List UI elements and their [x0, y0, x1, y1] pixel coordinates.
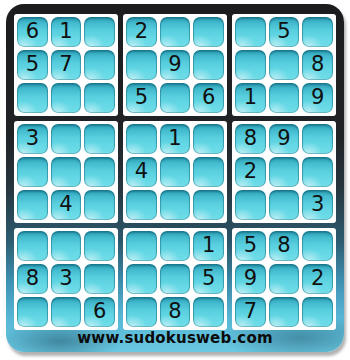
- given-digit: 8: [244, 128, 257, 149]
- cell-r4c2[interactable]: [51, 124, 82, 154]
- cell-r3c4[interactable]: 5: [126, 83, 157, 113]
- cell-r2c5[interactable]: 9: [160, 50, 191, 80]
- given-digit: 7: [244, 301, 257, 322]
- cell-r9c7[interactable]: 7: [235, 297, 266, 327]
- cell-r6c7[interactable]: [235, 190, 266, 220]
- block-1-1: 6157: [14, 14, 118, 116]
- given-digit: 7: [59, 54, 72, 75]
- cell-r6c6[interactable]: [193, 190, 224, 220]
- cell-r8c8[interactable]: [269, 264, 300, 294]
- cell-r2c3[interactable]: [84, 50, 115, 80]
- cell-r3c7[interactable]: 1: [235, 83, 266, 113]
- cell-r3c8[interactable]: [269, 83, 300, 113]
- given-digit: 1: [202, 235, 215, 256]
- cell-r5c3[interactable]: [84, 157, 115, 187]
- given-digit: 2: [311, 268, 324, 289]
- cell-r6c2[interactable]: 4: [51, 190, 82, 220]
- given-digit: 5: [202, 268, 215, 289]
- cell-r8c2[interactable]: 3: [51, 264, 82, 294]
- given-digit: 1: [59, 21, 72, 42]
- cell-r9c4[interactable]: [126, 297, 157, 327]
- cell-r4c8[interactable]: 9: [269, 124, 300, 154]
- given-digit: 6: [93, 301, 106, 322]
- given-digit: 9: [168, 54, 181, 75]
- cell-r9c2[interactable]: [51, 297, 82, 327]
- cell-r1c9[interactable]: [302, 17, 333, 47]
- cell-r6c9[interactable]: 3: [302, 190, 333, 220]
- cell-r5c4[interactable]: 4: [126, 157, 157, 187]
- given-digit: 8: [168, 301, 181, 322]
- cell-r7c2[interactable]: [51, 231, 82, 261]
- given-digit: 9: [277, 128, 290, 149]
- cell-r8c3[interactable]: [84, 264, 115, 294]
- given-digit: 3: [59, 268, 72, 289]
- block-2-2: 14: [123, 121, 227, 223]
- cell-r8c4[interactable]: [126, 264, 157, 294]
- cell-r2c2[interactable]: 7: [51, 50, 82, 80]
- cell-r6c4[interactable]: [126, 190, 157, 220]
- block-3-3: 58927: [232, 228, 336, 330]
- block-3-2: 158: [123, 228, 227, 330]
- cell-r5c9[interactable]: [302, 157, 333, 187]
- cell-r4c1[interactable]: 3: [17, 124, 48, 154]
- cell-r8c9[interactable]: 2: [302, 264, 333, 294]
- sudoku-grid: 6157295658193414892383615858927: [14, 14, 336, 330]
- cell-r6c3[interactable]: [84, 190, 115, 220]
- given-digit: 2: [244, 161, 257, 182]
- cell-r5c5[interactable]: [160, 157, 191, 187]
- block-2-1: 34: [14, 121, 118, 223]
- given-digit: 4: [59, 194, 72, 215]
- cell-r1c4[interactable]: 2: [126, 17, 157, 47]
- cell-r5c7[interactable]: 2: [235, 157, 266, 187]
- cell-r8c1[interactable]: 8: [17, 264, 48, 294]
- given-digit: 9: [311, 87, 324, 108]
- given-digit: 5: [277, 21, 290, 42]
- cell-r7c6[interactable]: 1: [193, 231, 224, 261]
- cell-r7c4[interactable]: [126, 231, 157, 261]
- cell-r8c7[interactable]: 9: [235, 264, 266, 294]
- cell-r8c6[interactable]: 5: [193, 264, 224, 294]
- cell-r8c5[interactable]: [160, 264, 191, 294]
- cell-r9c8[interactable]: [269, 297, 300, 327]
- given-digit: 5: [26, 54, 39, 75]
- cell-r1c7[interactable]: [235, 17, 266, 47]
- given-digit: 5: [244, 235, 257, 256]
- given-digit: 8: [311, 54, 324, 75]
- cell-r3c1[interactable]: [17, 83, 48, 113]
- given-digit: 6: [202, 87, 215, 108]
- cell-r5c2[interactable]: [51, 157, 82, 187]
- cell-r4c9[interactable]: [302, 124, 333, 154]
- cell-r6c8[interactable]: [269, 190, 300, 220]
- cell-r7c1[interactable]: [17, 231, 48, 261]
- block-1-3: 5819: [232, 14, 336, 116]
- cell-r1c8[interactable]: 5: [269, 17, 300, 47]
- cell-r3c5[interactable]: [160, 83, 191, 113]
- cell-r2c9[interactable]: 8: [302, 50, 333, 80]
- cell-r3c9[interactable]: 9: [302, 83, 333, 113]
- cell-r4c7[interactable]: 8: [235, 124, 266, 154]
- cell-r1c6[interactable]: [193, 17, 224, 47]
- given-digit: 3: [311, 194, 324, 215]
- cell-r7c5[interactable]: [160, 231, 191, 261]
- cell-r6c5[interactable]: [160, 190, 191, 220]
- cell-r9c9[interactable]: [302, 297, 333, 327]
- block-3-1: 836: [14, 228, 118, 330]
- cell-r7c3[interactable]: [84, 231, 115, 261]
- cell-r7c8[interactable]: 8: [269, 231, 300, 261]
- cell-r4c3[interactable]: [84, 124, 115, 154]
- given-digit: 4: [135, 161, 148, 182]
- given-digit: 6: [26, 21, 39, 42]
- given-digit: 3: [26, 128, 39, 149]
- cell-r4c4[interactable]: [126, 124, 157, 154]
- given-digit: 9: [244, 268, 257, 289]
- cell-r1c5[interactable]: [160, 17, 191, 47]
- given-digit: 8: [277, 235, 290, 256]
- cell-r6c1[interactable]: [17, 190, 48, 220]
- block-1-2: 2956: [123, 14, 227, 116]
- cell-r9c5[interactable]: 8: [160, 297, 191, 327]
- cell-r7c7[interactable]: 5: [235, 231, 266, 261]
- cell-r3c6[interactable]: 6: [193, 83, 224, 113]
- cell-r1c2[interactable]: 1: [51, 17, 82, 47]
- given-digit: 5: [135, 87, 148, 108]
- sudoku-board-frame: 6157295658193414892383615858927 www.sudo…: [6, 4, 344, 352]
- cell-r5c6[interactable]: [193, 157, 224, 187]
- cell-r2c6[interactable]: [193, 50, 224, 80]
- cell-r3c3[interactable]: [84, 83, 115, 113]
- cell-r4c5[interactable]: 1: [160, 124, 191, 154]
- given-digit: 2: [135, 21, 148, 42]
- cell-r4c6[interactable]: [193, 124, 224, 154]
- cell-r2c7[interactable]: [235, 50, 266, 80]
- cell-r2c1[interactable]: 5: [17, 50, 48, 80]
- cell-r5c8[interactable]: [269, 157, 300, 187]
- block-2-3: 8923: [232, 121, 336, 223]
- cell-r1c3[interactable]: [84, 17, 115, 47]
- cell-r5c1[interactable]: [17, 157, 48, 187]
- given-digit: 8: [26, 268, 39, 289]
- given-digit: 1: [168, 128, 181, 149]
- cell-r9c1[interactable]: [17, 297, 48, 327]
- cell-r9c6[interactable]: [193, 297, 224, 327]
- cell-r2c8[interactable]: [269, 50, 300, 80]
- cell-r3c2[interactable]: [51, 83, 82, 113]
- cell-r1c1[interactable]: 6: [17, 17, 48, 47]
- cell-r7c9[interactable]: [302, 231, 333, 261]
- cell-r9c3[interactable]: 6: [84, 297, 115, 327]
- cell-r2c4[interactable]: [126, 50, 157, 80]
- given-digit: 1: [244, 87, 257, 108]
- website-url: www.sudokusweb.com: [6, 329, 344, 347]
